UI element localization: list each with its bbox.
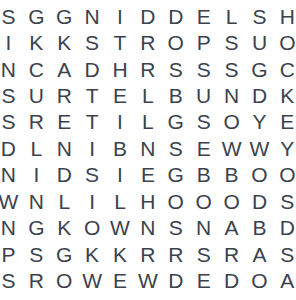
grid-cell[interactable]: O bbox=[78, 215, 106, 241]
grid-cell[interactable]: S bbox=[246, 3, 274, 29]
grid-cell[interactable]: S bbox=[190, 241, 218, 267]
grid-cell[interactable]: B bbox=[106, 135, 134, 161]
grid-cell[interactable]: G bbox=[22, 3, 50, 29]
grid-cell[interactable]: D bbox=[0, 135, 22, 161]
grid-cell[interactable]: K bbox=[22, 29, 50, 55]
grid-cell[interactable]: S bbox=[0, 3, 22, 29]
grid-cell[interactable]: I bbox=[106, 3, 134, 29]
grid-cell[interactable]: O bbox=[50, 267, 78, 293]
grid-cell[interactable]: D bbox=[78, 56, 106, 82]
grid-cell[interactable]: T bbox=[78, 82, 106, 108]
grid-cell[interactable]: W bbox=[78, 267, 106, 293]
grid-cell[interactable]: S bbox=[0, 82, 22, 108]
grid-cell[interactable]: N bbox=[190, 215, 218, 241]
grid-cell[interactable]: L bbox=[50, 188, 78, 214]
grid-cell[interactable]: E bbox=[134, 162, 162, 188]
grid-cell[interactable]: H bbox=[106, 56, 134, 82]
grid-cell[interactable]: S bbox=[0, 109, 22, 135]
grid-cell[interactable]: E bbox=[106, 82, 134, 108]
grid-cell[interactable]: D bbox=[273, 215, 296, 241]
grid-cell[interactable]: E bbox=[106, 267, 134, 293]
grid-cell[interactable]: S bbox=[218, 56, 246, 82]
grid-cell[interactable]: S bbox=[78, 29, 106, 55]
grid-cell[interactable]: W bbox=[106, 215, 134, 241]
grid-cell[interactable]: N bbox=[0, 215, 22, 241]
grid-cell[interactable]: Y bbox=[246, 109, 274, 135]
grid-cell[interactable]: O bbox=[190, 188, 218, 214]
grid-cell[interactable]: L bbox=[134, 109, 162, 135]
grid-cell[interactable]: O bbox=[273, 162, 296, 188]
grid-cell[interactable]: O bbox=[246, 162, 274, 188]
grid-cell[interactable]: R bbox=[134, 241, 162, 267]
grid-cell[interactable]: G bbox=[246, 56, 274, 82]
grid-cell[interactable]: O bbox=[246, 267, 274, 293]
grid-cell[interactable]: I bbox=[22, 162, 50, 188]
grid-cell[interactable]: R bbox=[134, 56, 162, 82]
grid-cell[interactable]: S bbox=[273, 188, 296, 214]
grid-cell[interactable]: I bbox=[0, 29, 22, 55]
grid-cell[interactable]: O bbox=[218, 188, 246, 214]
grid-cell[interactable]: G bbox=[50, 3, 78, 29]
grid-cell[interactable]: N bbox=[22, 188, 50, 214]
grid-cell[interactable]: B bbox=[218, 162, 246, 188]
grid-cell[interactable]: G bbox=[22, 215, 50, 241]
grid-cell[interactable]: G bbox=[50, 241, 78, 267]
grid-cell[interactable]: O bbox=[162, 188, 190, 214]
grid-cell[interactable]: K bbox=[50, 29, 78, 55]
grid-cell[interactable]: D bbox=[50, 162, 78, 188]
grid-cell[interactable]: P bbox=[190, 29, 218, 55]
grid-cell[interactable]: I bbox=[106, 162, 134, 188]
grid-cell[interactable]: W bbox=[0, 188, 22, 214]
grid-cell[interactable]: K bbox=[106, 241, 134, 267]
grid-cell[interactable]: N bbox=[78, 3, 106, 29]
grid-cell[interactable]: O bbox=[162, 29, 190, 55]
grid-cell[interactable]: S bbox=[78, 162, 106, 188]
grid-cell[interactable]: W bbox=[134, 267, 162, 293]
grid-cell[interactable]: S bbox=[0, 267, 22, 293]
grid-cell[interactable]: L bbox=[106, 188, 134, 214]
grid-cell[interactable]: D bbox=[134, 3, 162, 29]
grid-cell[interactable]: E bbox=[273, 109, 296, 135]
grid-cell[interactable]: W bbox=[246, 135, 274, 161]
grid-cell[interactable]: W bbox=[218, 135, 246, 161]
grid-cell[interactable]: N bbox=[0, 56, 22, 82]
grid-cell[interactable]: A bbox=[50, 56, 78, 82]
grid-cell[interactable]: H bbox=[134, 188, 162, 214]
grid-cell[interactable]: S bbox=[22, 241, 50, 267]
grid-cell[interactable]: R bbox=[22, 109, 50, 135]
grid-cell[interactable]: I bbox=[106, 109, 134, 135]
grid-cell[interactable]: K bbox=[78, 241, 106, 267]
grid-cell[interactable]: D bbox=[162, 267, 190, 293]
grid-cell[interactable]: P bbox=[0, 241, 22, 267]
grid-cell[interactable]: I bbox=[78, 188, 106, 214]
grid-cell[interactable]: A bbox=[218, 215, 246, 241]
grid-cell[interactable]: U bbox=[190, 82, 218, 108]
word-search-board: SGGNIDDELSHIKKSTROPSUONCADHRSSSGCSURTELB… bbox=[0, 0, 296, 300]
grid-cell[interactable]: R bbox=[22, 267, 50, 293]
grid-cell[interactable]: C bbox=[273, 56, 296, 82]
grid-cell[interactable]: I bbox=[78, 135, 106, 161]
grid-cell[interactable]: E bbox=[190, 267, 218, 293]
grid-cell[interactable]: E bbox=[50, 109, 78, 135]
grid-cell[interactable]: N bbox=[134, 135, 162, 161]
grid-cell[interactable]: G bbox=[162, 109, 190, 135]
grid-cell[interactable]: D bbox=[246, 188, 274, 214]
grid-cell[interactable]: N bbox=[218, 82, 246, 108]
grid-cell[interactable]: S bbox=[162, 56, 190, 82]
grid-cell[interactable]: G bbox=[162, 162, 190, 188]
grid-cell[interactable]: S bbox=[190, 109, 218, 135]
grid-cell[interactable]: C bbox=[22, 56, 50, 82]
grid-cell[interactable]: A bbox=[246, 241, 274, 267]
grid-cell[interactable]: S bbox=[162, 135, 190, 161]
grid-cell[interactable]: L bbox=[22, 135, 50, 161]
grid-cell[interactable]: T bbox=[106, 29, 134, 55]
grid-cell[interactable]: N bbox=[50, 135, 78, 161]
grid-cell[interactable]: S bbox=[218, 29, 246, 55]
grid-cell[interactable]: E bbox=[190, 3, 218, 29]
grid-cell[interactable]: K bbox=[50, 215, 78, 241]
grid-cell[interactable]: E bbox=[190, 135, 218, 161]
grid-cell[interactable]: B bbox=[162, 82, 190, 108]
grid-cell[interactable]: R bbox=[218, 241, 246, 267]
grid-cell[interactable]: B bbox=[246, 215, 274, 241]
grid-cell[interactable]: D bbox=[162, 3, 190, 29]
grid-cell[interactable]: K bbox=[273, 82, 296, 108]
grid-cell[interactable]: R bbox=[162, 241, 190, 267]
grid-cell[interactable]: L bbox=[134, 82, 162, 108]
grid-cell[interactable]: T bbox=[78, 109, 106, 135]
grid-cell[interactable]: D bbox=[218, 267, 246, 293]
grid-cell[interactable]: Y bbox=[273, 135, 296, 161]
grid-cell[interactable]: U bbox=[22, 82, 50, 108]
grid-cell[interactable]: R bbox=[50, 82, 78, 108]
grid-cell[interactable]: O bbox=[218, 109, 246, 135]
grid-cell[interactable]: S bbox=[273, 241, 296, 267]
grid-cell[interactable]: B bbox=[190, 162, 218, 188]
grid-cell[interactable]: D bbox=[246, 82, 274, 108]
grid-cell[interactable]: U bbox=[246, 29, 274, 55]
word-search-grid: SGGNIDDELSHIKKSTROPSUONCADHRSSSGCSURTELB… bbox=[0, 3, 296, 294]
grid-cell[interactable]: O bbox=[273, 29, 296, 55]
grid-cell[interactable]: A bbox=[273, 267, 296, 293]
grid-cell[interactable]: N bbox=[134, 215, 162, 241]
grid-cell[interactable]: S bbox=[190, 56, 218, 82]
grid-cell[interactable]: R bbox=[134, 29, 162, 55]
grid-cell[interactable]: S bbox=[162, 215, 190, 241]
grid-cell[interactable]: L bbox=[218, 3, 246, 29]
grid-cell[interactable]: N bbox=[0, 162, 22, 188]
grid-cell[interactable]: H bbox=[273, 3, 296, 29]
